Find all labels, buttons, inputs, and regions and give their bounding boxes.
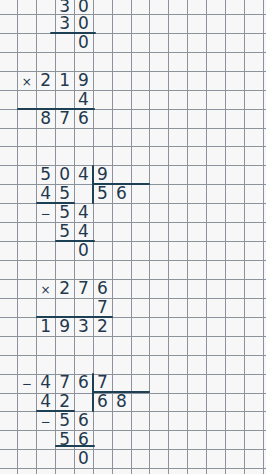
digit-cell: 4 bbox=[36, 392, 55, 411]
division-bar-476-horz bbox=[92, 391, 150, 393]
digit-cell: 4 bbox=[74, 222, 93, 241]
multiply-sign: × bbox=[36, 279, 55, 298]
digit-cell: 2 bbox=[55, 279, 74, 298]
digit-cell: 6 bbox=[74, 411, 93, 430]
digit-cell: 8 bbox=[36, 109, 55, 128]
digit-cell: 0 bbox=[74, 449, 93, 468]
digit-cell: 2 bbox=[93, 317, 112, 336]
digit-cell: 5 bbox=[55, 203, 74, 222]
digit-cell: 6 bbox=[74, 109, 93, 128]
digit-cell: 7 bbox=[93, 298, 112, 317]
digit-cell: 7 bbox=[55, 374, 74, 393]
underline-54 bbox=[55, 240, 96, 242]
digit-cell: 1 bbox=[55, 71, 74, 90]
digit-cell: 5 bbox=[55, 222, 74, 241]
digit-cell: 0 bbox=[74, 0, 93, 16]
digit-cell: 1 bbox=[36, 317, 55, 336]
digit-cell: 4 bbox=[36, 184, 55, 203]
digit-cell: 2 bbox=[36, 71, 55, 90]
digit-cell: 2 bbox=[55, 392, 74, 411]
digit-cell: 6 bbox=[74, 374, 93, 393]
underline-56 bbox=[55, 445, 96, 447]
digit-cell: 4 bbox=[74, 90, 93, 109]
underline-42 bbox=[36, 410, 75, 412]
digit-cell: 3 bbox=[74, 317, 93, 336]
digit-cell: 5 bbox=[55, 184, 74, 203]
digit-cell: 0 bbox=[74, 241, 93, 260]
digit-cell: 7 bbox=[93, 374, 112, 393]
digit-cell: 5 bbox=[55, 411, 74, 430]
minus-sign: − bbox=[36, 203, 55, 222]
digit-cell: 8 bbox=[112, 392, 131, 411]
underline-276x7 bbox=[36, 316, 113, 318]
digit-cell: 3 bbox=[55, 0, 74, 16]
minus-sign: − bbox=[17, 374, 36, 393]
digit-cell: 0 bbox=[74, 33, 93, 52]
multiply-sign: × bbox=[17, 71, 36, 90]
digit-cell: 4 bbox=[74, 203, 93, 222]
minus-sign: − bbox=[36, 411, 55, 430]
digit-cell: 6 bbox=[93, 392, 112, 411]
digit-cell: 9 bbox=[93, 165, 112, 184]
digit-cell: 5 bbox=[36, 165, 55, 184]
digit-cell: 7 bbox=[74, 279, 93, 298]
digit-cell: 4 bbox=[74, 165, 93, 184]
digit-cell: 6 bbox=[112, 184, 131, 203]
digit-cell: 6 bbox=[93, 279, 112, 298]
digit-cell: 0 bbox=[55, 165, 74, 184]
digit-cell: 4 bbox=[36, 374, 55, 393]
digit-cell: 3 bbox=[55, 14, 74, 33]
digit-cell: 9 bbox=[55, 317, 74, 336]
digit-cell: 0 bbox=[74, 14, 93, 33]
digit-cell: 9 bbox=[74, 71, 93, 90]
division-bar-504-horz bbox=[92, 183, 150, 185]
underline-219x4 bbox=[17, 108, 95, 110]
worksheet-canvas: 30300×219487650494556−54540×27671932−476… bbox=[0, 0, 266, 474]
digit-cell: 7 bbox=[55, 109, 74, 128]
digit-cell: 5 bbox=[93, 184, 112, 203]
underline-45 bbox=[36, 202, 75, 204]
squared-grid: 30300×219487650494556−54540×27671932−476… bbox=[0, 0, 266, 474]
underline-30 bbox=[50, 32, 96, 34]
